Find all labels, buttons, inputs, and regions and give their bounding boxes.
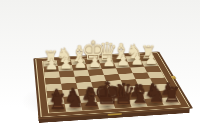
square-h2[interactable]: ♟ [44, 66, 59, 72]
board-grid: ♜♞♝♚♛♝♞♜♟♟♟♟♟♟♟♟♟♟♟♟♟♟♟♟♜♞♝♚♛♝♞♜ [42, 55, 181, 113]
square-h3[interactable] [44, 72, 60, 79]
scene: ♜♞♝♚♛♝♞♜♟♟♟♟♟♟♟♟♟♟♟♟♟♟♟♟♜♞♝♚♛♝♞♜ [0, 0, 200, 134]
square-f4[interactable] [75, 76, 91, 83]
piece-white-pawn[interactable]: ♟ [39, 57, 65, 72]
photo-stage: ♜♞♝♚♛♝♞♜♟♟♟♟♟♟♟♟♟♟♟♟♟♟♟♟♜♞♝♚♛♝♞♜ [0, 0, 200, 134]
chess-board: ♜♞♝♚♛♝♞♜♟♟♟♟♟♟♟♟♟♟♟♟♟♟♟♟♜♞♝♚♛♝♞♜ [33, 52, 193, 119]
square-h8[interactable]: ♜ [48, 104, 66, 113]
piece-black-rook[interactable]: ♜ [43, 91, 73, 112]
